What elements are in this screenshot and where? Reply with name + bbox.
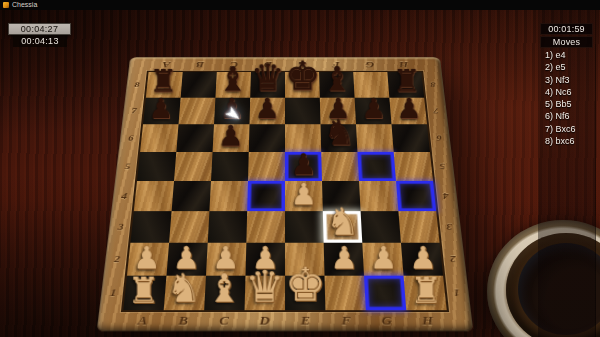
knight-glyph: ♞ (321, 115, 357, 150)
square-f1[interactable] (325, 276, 366, 310)
pawn-glyph: ♟ (285, 180, 323, 210)
game-viewport: 00:04:27 00:04:13 AABBCCDDEEFFGGHH112233… (0, 10, 600, 337)
black-clock: 00:04:13 (13, 35, 67, 47)
square-a3[interactable] (130, 211, 171, 243)
move-item: 8) bxc6 (545, 135, 595, 147)
square-b6[interactable] (176, 124, 214, 152)
piece-white-knight-b1[interactable]: ♞ (164, 276, 206, 310)
piece-black-pawn-a7[interactable]: ♟ (143, 98, 181, 125)
square-b4[interactable] (172, 181, 211, 211)
pawn-glyph: ♟ (364, 243, 403, 274)
rank-label-3-left: 3 (107, 211, 133, 243)
window-title: Chessia (12, 0, 37, 10)
rank-label-5-left: 5 (115, 152, 140, 181)
piece-white-pawn-e4[interactable]: ♟ (285, 181, 323, 211)
move-item: 5) Bb5 (545, 98, 595, 110)
square-a5[interactable] (137, 152, 176, 181)
rank-label-4-right: 4 (433, 181, 459, 211)
rank-label-4-left: 4 (111, 181, 137, 211)
rank-label-6-right: 6 (427, 124, 451, 152)
file-label-h-bot: H (406, 310, 449, 331)
pawn-glyph: ♟ (324, 243, 363, 274)
piece-white-pawn-g2[interactable]: ♟ (362, 243, 403, 276)
square-b8[interactable] (181, 72, 217, 98)
square-b5[interactable] (174, 152, 213, 181)
queen-glyph: ♛ (250, 59, 285, 97)
moves-header: Moves (540, 36, 593, 48)
rook-glyph: ♜ (123, 272, 163, 308)
pawn-glyph: ♟ (250, 95, 285, 123)
file-label-e-bot: E (285, 310, 326, 331)
piece-white-queen-d1[interactable]: ♛ (245, 276, 285, 310)
pawn-glyph: ♟ (391, 95, 426, 123)
board-scene: AABBCCDDEEFFGGHH1122334455667788♜♝♛♚♝♜♟♟… (115, 11, 455, 337)
square-g6[interactable] (356, 124, 394, 152)
move-item: 7) Bxc6 (545, 123, 595, 135)
square-h6[interactable] (391, 124, 429, 152)
file-label-f-bot: F (325, 310, 367, 331)
move-item: 6) Nf6 (545, 110, 595, 122)
square-d3[interactable] (246, 211, 285, 243)
square-d4[interactable] (247, 181, 285, 211)
piece-white-knight-f3[interactable]: ♞ (323, 211, 362, 243)
rank-label-2-right: 2 (440, 243, 467, 276)
bishop-glyph: ♝ (320, 62, 355, 96)
square-g3[interactable] (361, 211, 401, 243)
file-label-b-top: B (183, 57, 218, 72)
window-titlebar: Chessia (0, 0, 600, 10)
piece-black-knight-f6[interactable]: ♞ (320, 124, 357, 152)
pawn-glyph: ♟ (213, 122, 249, 150)
move-item: 2) e5 (545, 61, 595, 73)
pawn-glyph: ♟ (143, 95, 178, 123)
rank-label-6-left: 6 (119, 124, 143, 152)
move-item: 3) Nf3 (545, 74, 595, 86)
rank-label-5-right: 5 (430, 152, 455, 181)
square-g4[interactable] (359, 181, 398, 211)
king-glyph: ♚ (285, 262, 325, 308)
bishop-glyph: ♝ (216, 62, 251, 96)
file-label-c-bot: C (203, 310, 245, 331)
piece-white-bishop-c1[interactable]: ♝ (204, 276, 245, 310)
piece-black-pawn-h7[interactable]: ♟ (389, 98, 427, 125)
piece-white-king-e1[interactable]: ♚ (285, 276, 325, 310)
pawn-glyph: ♟ (356, 95, 391, 123)
rank-label-3-right: 3 (436, 211, 462, 243)
piece-white-pawn-f2[interactable]: ♟ (324, 243, 364, 276)
square-g5[interactable] (357, 152, 396, 181)
piece-black-pawn-d7[interactable]: ♟ (250, 98, 285, 125)
piece-white-rook-a1[interactable]: ♜ (123, 276, 166, 310)
file-label-d-bot: D (244, 310, 285, 331)
move-item: 4) Nc6 (545, 86, 595, 98)
piece-black-king-e8[interactable]: ♚ (285, 72, 320, 98)
chess-board[interactable]: AABBCCDDEEFFGGHH1122334455667788♜♝♛♚♝♜♟♟… (97, 57, 474, 331)
square-e3[interactable] (285, 211, 324, 243)
king-glyph: ♚ (285, 57, 320, 96)
knight-glyph: ♞ (164, 269, 204, 308)
square-f5[interactable] (321, 152, 359, 181)
rank-label-1-right: 1 (443, 276, 471, 310)
piece-black-pawn-c6[interactable]: ♟ (213, 124, 250, 152)
file-label-g-top: G (352, 57, 387, 72)
app-icon (3, 2, 9, 8)
piece-white-rook-h1[interactable]: ♜ (404, 276, 447, 310)
file-label-b-bot: B (162, 310, 204, 331)
move-item: 1) e4 (545, 49, 595, 61)
square-h5[interactable] (394, 152, 433, 181)
knight-glyph: ♞ (324, 203, 363, 241)
moves-panel: 00:01:59 Moves 1) e42) e53) Nf34) Nc65) … (538, 10, 596, 337)
square-b7[interactable] (179, 98, 216, 125)
square-c4[interactable] (209, 181, 248, 211)
square-a6[interactable] (140, 124, 178, 152)
file-label-a-bot: A (121, 310, 164, 331)
square-h3[interactable] (398, 211, 439, 243)
square-b3[interactable] (169, 211, 209, 243)
move-list: 1) e42) e53) Nf34) Nc65) Bb56) Nf67) Bxc… (545, 49, 595, 147)
square-c5[interactable] (211, 152, 249, 181)
rook-glyph: ♜ (406, 272, 446, 308)
square-e7[interactable] (285, 98, 320, 125)
square-d6[interactable] (249, 124, 285, 152)
square-g1[interactable] (364, 276, 406, 310)
game-timer: 00:01:59 (540, 23, 593, 35)
rank-label-8-right: 8 (421, 72, 444, 98)
square-h4[interactable] (396, 181, 436, 211)
queen-glyph: ♛ (245, 265, 285, 309)
pawn-glyph: ♟ (285, 150, 322, 179)
square-a4[interactable] (134, 181, 174, 211)
square-d5[interactable] (248, 152, 285, 181)
rank-label-7-right: 7 (424, 98, 448, 125)
piece-black-pawn-g7[interactable]: ♟ (355, 98, 392, 125)
bishop-glyph: ♝ (204, 269, 244, 308)
file-label-g-bot: G (366, 310, 408, 331)
white-clock: 00:04:27 (8, 23, 71, 35)
square-c3[interactable] (208, 211, 247, 243)
